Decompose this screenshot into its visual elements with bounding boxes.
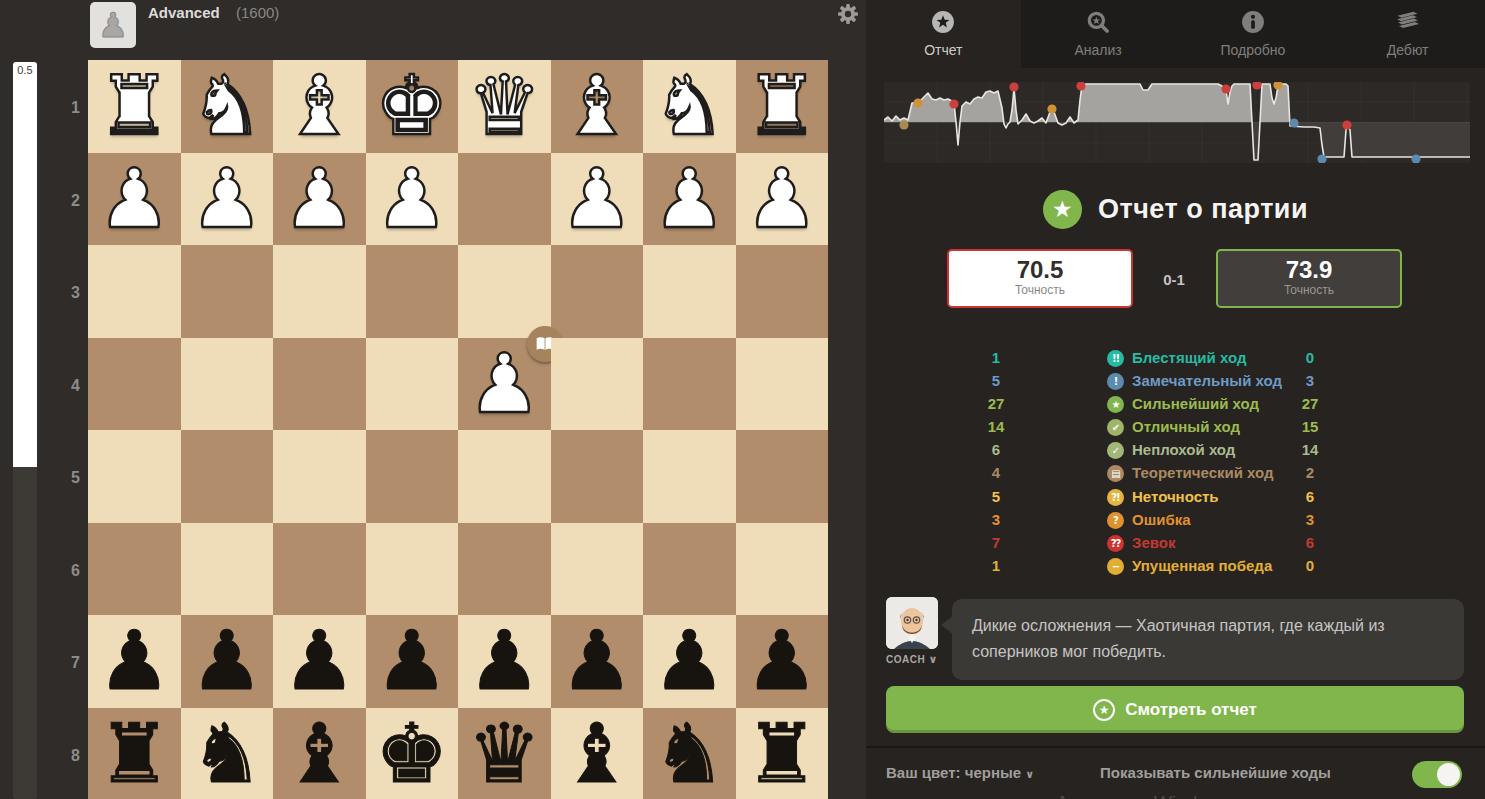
white-count: 7: [966, 534, 1026, 551]
square[interactable]: ♝: [551, 708, 644, 799]
gear-icon[interactable]: [835, 1, 861, 27]
white-count: 1: [966, 557, 1026, 574]
square[interactable]: ♝: [273, 60, 366, 153]
square[interactable]: ♟: [366, 153, 459, 246]
white-count: 4: [966, 464, 1026, 481]
brilliant-icon: !!: [1107, 350, 1124, 367]
square[interactable]: ♟: [736, 615, 829, 708]
black-count: 6: [1280, 534, 1340, 551]
square[interactable]: ♜: [88, 60, 181, 153]
black-accuracy-box: 73.9 Точность: [1216, 249, 1402, 308]
move-classification-list: 1!!Блестящий ход05!Замечательный ход327★…: [866, 347, 1485, 578]
coach-message: Дикие осложнения — Хаотичная партия, где…: [972, 613, 1432, 666]
square[interactable]: [736, 523, 829, 616]
square[interactable]: [181, 523, 274, 616]
square[interactable]: ♟: [551, 615, 644, 708]
report-star-badge-icon: ★: [1043, 190, 1082, 229]
coach-avatar[interactable]: [886, 597, 938, 649]
move-class-label: Ошибка: [1132, 511, 1191, 528]
report-star-icon: [931, 10, 955, 34]
black-count: 0: [1280, 557, 1340, 574]
player-rating: (1600): [236, 4, 279, 21]
square[interactable]: [88, 338, 181, 431]
avatar: ♟: [90, 2, 136, 48]
square[interactable]: [458, 153, 551, 246]
great-move-icon: !: [1107, 373, 1124, 390]
missed-win-icon: −: [1107, 558, 1124, 575]
show-best-moves-toggle[interactable]: [1412, 761, 1462, 788]
player-name: Advanced: [148, 4, 220, 21]
book-icon: ▤: [1107, 465, 1124, 482]
piece-wN[interactable]: ♞: [190, 60, 264, 152]
tab-details[interactable]: Подробно: [1176, 0, 1331, 68]
square[interactable]: ♟: [88, 615, 181, 708]
move-class-label: Упущенная победа: [1132, 557, 1272, 574]
square[interactable]: ♝: [551, 60, 644, 153]
square[interactable]: ♟: [736, 153, 829, 246]
square[interactable]: ♛: [458, 60, 551, 153]
rank-label: 8: [52, 747, 80, 765]
rank-label: 1: [52, 99, 80, 117]
coach-label-text: COACH: [886, 654, 925, 665]
move-class-row[interactable]: 1!!Блестящий ход0: [866, 347, 1485, 370]
square[interactable]: ♜: [736, 708, 829, 799]
tab-bar: Отчет Анализ Подробно: [866, 0, 1485, 68]
square[interactable]: ♛: [458, 708, 551, 799]
details-info-icon: [1241, 10, 1265, 34]
square[interactable]: [88, 430, 181, 523]
square[interactable]: [551, 523, 644, 616]
black-accuracy-label: Точность: [1218, 283, 1400, 297]
piece-wP[interactable]: ♟: [375, 153, 449, 245]
analysis-magnifier-icon: [1086, 10, 1110, 34]
square[interactable]: [643, 338, 736, 431]
view-report-button[interactable]: ★ Смотреть отчет: [886, 686, 1464, 733]
piece-wP[interactable]: ♟: [190, 153, 264, 245]
chevron-down-icon: ∨: [1025, 768, 1034, 781]
piece-bP[interactable]: ♟: [652, 615, 726, 707]
square[interactable]: ♞: [643, 708, 736, 799]
star-outline-icon: ★: [1093, 699, 1115, 721]
square[interactable]: ♞: [643, 60, 736, 153]
square[interactable]: ♟: [551, 153, 644, 246]
square[interactable]: [273, 338, 366, 431]
square[interactable]: ♟: [458, 338, 551, 431]
piece-wK[interactable]: ♚: [375, 60, 449, 152]
square[interactable]: ♟: [88, 153, 181, 246]
evaluation-value: 0.5: [13, 64, 37, 76]
piece-bK[interactable]: ♚: [375, 708, 449, 799]
piece-wN[interactable]: ♞: [652, 60, 726, 152]
square[interactable]: [273, 523, 366, 616]
review-panel: Отчет Анализ Подробно: [866, 0, 1485, 799]
square[interactable]: ♞: [181, 708, 274, 799]
view-report-label: Смотреть отчет: [1125, 700, 1257, 720]
piece-bP[interactable]: ♟: [467, 615, 541, 707]
tab-opening[interactable]: Дебют: [1330, 0, 1485, 68]
move-class-label: Блестящий ход: [1132, 349, 1246, 366]
rank-label: 5: [52, 469, 80, 487]
piece-bP[interactable]: ♟: [560, 615, 634, 707]
square[interactable]: ♟: [181, 615, 274, 708]
show-best-moves-label: Показывать сильнейшие ходы: [1100, 764, 1331, 781]
move-class-label: Сильнейший ход: [1132, 395, 1259, 412]
black-count: 0: [1280, 349, 1340, 366]
move-class-label: Неточность: [1132, 488, 1219, 505]
good-icon: ✓: [1107, 442, 1124, 459]
white-count: 1: [966, 349, 1026, 366]
square[interactable]: ♞: [181, 60, 274, 153]
white-count: 3: [966, 511, 1026, 528]
evaluation-bar-white-part: [13, 62, 37, 467]
piece-wR[interactable]: ♜: [97, 60, 171, 152]
chevron-down-icon: ∨: [929, 653, 938, 666]
square[interactable]: [273, 245, 366, 338]
report-title: Отчет о партии: [1098, 194, 1308, 225]
rank-label: 7: [52, 654, 80, 672]
game-result: 0-1: [1144, 271, 1204, 288]
square[interactable]: ♟: [181, 153, 274, 246]
best-move-icon: ★: [1107, 396, 1124, 413]
square[interactable]: [736, 430, 829, 523]
square[interactable]: [366, 523, 459, 616]
move-class-row[interactable]: 4▤Теоретический ход2: [866, 462, 1485, 485]
piece-bQ[interactable]: ♛: [467, 708, 541, 799]
move-class-row[interactable]: 14✔Отличный ход15: [866, 416, 1485, 439]
square[interactable]: [458, 430, 551, 523]
piece-wP[interactable]: ♟: [282, 153, 356, 245]
tab-report[interactable]: Отчет: [866, 0, 1021, 68]
square[interactable]: ♜: [736, 60, 829, 153]
square[interactable]: [551, 430, 644, 523]
square[interactable]: ♜: [88, 708, 181, 799]
mistake-icon: ?: [1107, 512, 1124, 529]
square[interactable]: [366, 338, 459, 431]
square[interactable]: [181, 245, 274, 338]
blunder-icon: ??: [1107, 535, 1124, 552]
square[interactable]: ♟: [273, 153, 366, 246]
square[interactable]: ♚: [366, 60, 459, 153]
move-class-row[interactable]: 5?!Неточность6: [866, 486, 1485, 509]
move-class-row[interactable]: 27★Сильнейший ход27: [866, 393, 1485, 416]
your-color-label: Ваш цвет: черные: [886, 764, 1021, 781]
toggle-knob: [1437, 763, 1460, 786]
black-count: 2: [1280, 464, 1340, 481]
piece-bR[interactable]: ♜: [97, 708, 171, 799]
white-count: 14: [966, 418, 1026, 435]
black-count: 27: [1280, 395, 1340, 412]
tab-opening-label: Дебют: [1387, 42, 1429, 58]
excellent-icon: ✔: [1107, 419, 1124, 436]
square[interactable]: [273, 430, 366, 523]
move-class-row[interactable]: 7??Зевок6: [866, 532, 1485, 555]
square[interactable]: ♟: [366, 615, 459, 708]
square[interactable]: [643, 523, 736, 616]
footer-divider: [866, 746, 1485, 748]
coach-dropdown[interactable]: COACH ∨: [884, 653, 940, 666]
opening-books-icon: [1395, 10, 1421, 34]
piece-bP[interactable]: ♟: [97, 615, 171, 707]
piece-bR[interactable]: ♜: [745, 708, 819, 799]
square[interactable]: [181, 430, 274, 523]
black-count: 3: [1280, 511, 1340, 528]
piece-wP[interactable]: ♟: [560, 153, 634, 245]
white-count: 27: [966, 395, 1026, 412]
square[interactable]: ♚: [366, 708, 459, 799]
square[interactable]: [88, 245, 181, 338]
square[interactable]: [458, 523, 551, 616]
rank-label: 2: [52, 192, 80, 210]
move-class-label: Зевок: [1132, 534, 1175, 551]
tab-report-label: Отчет: [924, 42, 962, 58]
black-count: 15: [1280, 418, 1340, 435]
square[interactable]: [366, 245, 459, 338]
piece-wB[interactable]: ♝: [282, 60, 356, 152]
move-class-label: Отличный ход: [1132, 418, 1240, 435]
rank-label: 4: [52, 377, 80, 395]
piece-wB[interactable]: ♝: [560, 60, 634, 152]
white-accuracy-label: Точность: [949, 283, 1131, 297]
black-count: 3: [1280, 372, 1340, 389]
inaccuracy-icon: ?!: [1107, 489, 1124, 506]
piece-bP[interactable]: ♟: [745, 615, 819, 707]
piece-bP[interactable]: ♟: [190, 615, 264, 707]
game-review-screen: ♟ Advanced (1600) 0.5 12345678 ♜♞♝♚♛♝♞♜♟…: [0, 0, 1485, 799]
piece-bB[interactable]: ♝: [282, 708, 356, 799]
tab-analysis[interactable]: Анализ: [1021, 0, 1176, 68]
piece-wP[interactable]: ♟: [652, 153, 726, 245]
bubble-tail: [941, 615, 954, 635]
piece-bB[interactable]: ♝: [560, 708, 634, 799]
black-accuracy-value: 73.9: [1218, 257, 1400, 283]
evaluation-bar: [13, 62, 37, 799]
tab-details-label: Подробно: [1220, 42, 1285, 58]
report-header: ★ Отчет о партии: [866, 186, 1485, 232]
piece-wQ[interactable]: ♛: [467, 60, 541, 152]
move-class-label: Неплохой ход: [1132, 441, 1235, 458]
white-accuracy-box: 70.5 Точность: [947, 249, 1133, 308]
piece-bP[interactable]: ♟: [375, 615, 449, 707]
move-class-row[interactable]: 3?Ошибка3: [866, 509, 1485, 532]
square[interactable]: [88, 523, 181, 616]
coach-speech-bubble: Дикие осложнения — Хаотичная партия, где…: [952, 599, 1464, 680]
piece-bP[interactable]: ♟: [282, 615, 356, 707]
rank-label: 6: [52, 562, 80, 580]
coach-face-icon: [886, 597, 938, 649]
rank-label: 3: [52, 284, 80, 302]
square[interactable]: ♟: [643, 153, 736, 246]
move-class-label: Теоретический ход: [1132, 464, 1274, 481]
square[interactable]: [643, 245, 736, 338]
piece-wR[interactable]: ♜: [745, 60, 819, 152]
move-class-row[interactable]: 5!Замечательный ход3: [866, 370, 1485, 393]
piece-bN[interactable]: ♞: [190, 708, 264, 799]
evaluation-graph[interactable]: [884, 82, 1470, 163]
square[interactable]: [551, 245, 644, 338]
piece-wP[interactable]: ♟: [97, 153, 171, 245]
piece-wP[interactable]: ♟: [745, 153, 819, 245]
your-color-dropdown[interactable]: Ваш цвет: черные ∨: [886, 764, 1034, 781]
white-accuracy-value: 70.5: [949, 257, 1131, 283]
square[interactable]: [643, 430, 736, 523]
move-class-label: Замечательный ход: [1132, 372, 1282, 389]
square[interactable]: ♟: [273, 615, 366, 708]
square[interactable]: [458, 245, 551, 338]
white-count: 6: [966, 441, 1026, 458]
tab-analysis-label: Анализ: [1074, 42, 1121, 58]
move-class-row[interactable]: 6✓Неплохой ход14: [866, 439, 1485, 462]
white-count: 5: [966, 488, 1026, 505]
square[interactable]: [551, 338, 644, 431]
black-count: 6: [1280, 488, 1340, 505]
square[interactable]: [366, 430, 459, 523]
piece-bN[interactable]: ♞: [652, 708, 726, 799]
square[interactable]: ♟: [643, 615, 736, 708]
chess-board[interactable]: ♜♞♝♚♛♝♞♜♟♟♟♟♟♟♟♟♟♟♟♟♟♟♟♟♜♞♝♚♛♝♞♜: [88, 60, 828, 799]
square[interactable]: ♝: [273, 708, 366, 799]
windows-activation-watermark: Активация Windows: [1056, 792, 1231, 799]
pawn-avatar-icon: ♟: [98, 8, 128, 42]
white-count: 5: [966, 372, 1026, 389]
square[interactable]: ♟: [458, 615, 551, 708]
black-count: 14: [1280, 441, 1340, 458]
square[interactable]: [736, 245, 829, 338]
move-class-row[interactable]: 1−Упущенная победа0: [866, 555, 1485, 578]
square[interactable]: [736, 338, 829, 431]
square[interactable]: [181, 338, 274, 431]
